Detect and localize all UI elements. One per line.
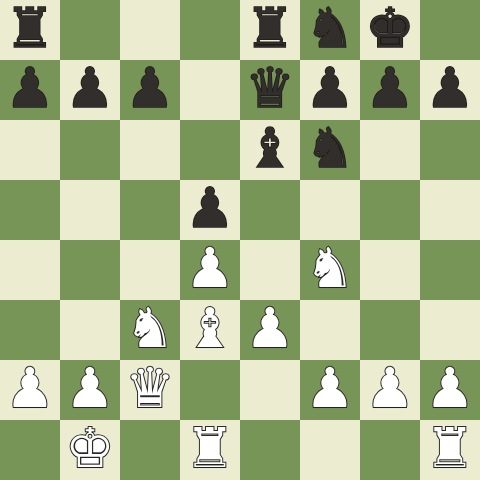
piece-black-bishop[interactable]: ♝ xyxy=(245,118,294,178)
piece-white-pawn[interactable]: ♟ xyxy=(425,358,474,418)
square-d4[interactable]: ♟ xyxy=(180,240,240,300)
square-b6[interactable] xyxy=(60,120,120,180)
square-d1[interactable]: ♜ xyxy=(180,420,240,480)
square-g1[interactable] xyxy=(360,420,420,480)
square-h2[interactable]: ♟ xyxy=(420,360,480,420)
square-f7[interactable]: ♟ xyxy=(300,60,360,120)
piece-white-knight[interactable]: ♞ xyxy=(305,238,354,298)
square-c5[interactable] xyxy=(120,180,180,240)
square-d8[interactable] xyxy=(180,0,240,60)
square-d5[interactable]: ♟ xyxy=(180,180,240,240)
square-a2[interactable]: ♟ xyxy=(0,360,60,420)
square-c3[interactable]: ♞ xyxy=(120,300,180,360)
square-f8[interactable]: ♞ xyxy=(300,0,360,60)
square-a6[interactable] xyxy=(0,120,60,180)
piece-white-knight[interactable]: ♞ xyxy=(125,298,174,358)
square-f1[interactable] xyxy=(300,420,360,480)
square-e4[interactable] xyxy=(240,240,300,300)
square-d7[interactable] xyxy=(180,60,240,120)
square-c7[interactable]: ♟ xyxy=(120,60,180,120)
square-d6[interactable] xyxy=(180,120,240,180)
piece-white-king[interactable]: ♚ xyxy=(65,418,114,478)
square-e5[interactable] xyxy=(240,180,300,240)
square-d3[interactable]: ♝ xyxy=(180,300,240,360)
square-g4[interactable] xyxy=(360,240,420,300)
square-b5[interactable] xyxy=(60,180,120,240)
piece-white-bishop[interactable]: ♝ xyxy=(185,298,234,358)
square-c1[interactable] xyxy=(120,420,180,480)
square-f4[interactable]: ♞ xyxy=(300,240,360,300)
piece-white-queen[interactable]: ♛ xyxy=(125,358,174,418)
square-h4[interactable] xyxy=(420,240,480,300)
piece-black-queen[interactable]: ♛ xyxy=(245,58,294,118)
square-e6[interactable]: ♝ xyxy=(240,120,300,180)
square-d2[interactable] xyxy=(180,360,240,420)
square-c8[interactable] xyxy=(120,0,180,60)
piece-white-rook[interactable]: ♜ xyxy=(425,418,474,478)
piece-black-pawn[interactable]: ♟ xyxy=(5,58,54,118)
square-g7[interactable]: ♟ xyxy=(360,60,420,120)
piece-black-pawn[interactable]: ♟ xyxy=(65,58,114,118)
square-f3[interactable] xyxy=(300,300,360,360)
piece-black-pawn[interactable]: ♟ xyxy=(125,58,174,118)
square-g2[interactable]: ♟ xyxy=(360,360,420,420)
square-h1[interactable]: ♜ xyxy=(420,420,480,480)
piece-black-pawn[interactable]: ♟ xyxy=(305,58,354,118)
square-b7[interactable]: ♟ xyxy=(60,60,120,120)
square-e7[interactable]: ♛ xyxy=(240,60,300,120)
square-e1[interactable] xyxy=(240,420,300,480)
piece-white-pawn[interactable]: ♟ xyxy=(245,298,294,358)
square-f2[interactable]: ♟ xyxy=(300,360,360,420)
piece-white-pawn[interactable]: ♟ xyxy=(365,358,414,418)
square-b1[interactable]: ♚ xyxy=(60,420,120,480)
piece-black-rook[interactable]: ♜ xyxy=(5,0,54,58)
square-e3[interactable]: ♟ xyxy=(240,300,300,360)
piece-white-pawn[interactable]: ♟ xyxy=(305,358,354,418)
square-c2[interactable]: ♛ xyxy=(120,360,180,420)
piece-black-pawn[interactable]: ♟ xyxy=(425,58,474,118)
square-c6[interactable] xyxy=(120,120,180,180)
square-b2[interactable]: ♟ xyxy=(60,360,120,420)
square-g5[interactable] xyxy=(360,180,420,240)
square-a3[interactable] xyxy=(0,300,60,360)
square-f5[interactable] xyxy=(300,180,360,240)
piece-black-pawn[interactable]: ♟ xyxy=(365,58,414,118)
square-h8[interactable] xyxy=(420,0,480,60)
piece-black-king[interactable]: ♚ xyxy=(365,0,414,58)
piece-white-pawn[interactable]: ♟ xyxy=(185,238,234,298)
square-a8[interactable]: ♜ xyxy=(0,0,60,60)
square-e8[interactable]: ♜ xyxy=(240,0,300,60)
square-g6[interactable] xyxy=(360,120,420,180)
square-h6[interactable] xyxy=(420,120,480,180)
piece-white-pawn[interactable]: ♟ xyxy=(5,358,54,418)
square-a4[interactable] xyxy=(0,240,60,300)
square-a1[interactable] xyxy=(0,420,60,480)
piece-white-rook[interactable]: ♜ xyxy=(185,418,234,478)
square-h3[interactable] xyxy=(420,300,480,360)
piece-white-pawn[interactable]: ♟ xyxy=(65,358,114,418)
square-g3[interactable] xyxy=(360,300,420,360)
square-b8[interactable] xyxy=(60,0,120,60)
square-h7[interactable]: ♟ xyxy=(420,60,480,120)
square-e2[interactable] xyxy=(240,360,300,420)
piece-black-pawn[interactable]: ♟ xyxy=(185,178,234,238)
square-f6[interactable]: ♞ xyxy=(300,120,360,180)
square-h5[interactable] xyxy=(420,180,480,240)
piece-black-rook[interactable]: ♜ xyxy=(245,0,294,58)
square-a7[interactable]: ♟ xyxy=(0,60,60,120)
square-g8[interactable]: ♚ xyxy=(360,0,420,60)
square-a5[interactable] xyxy=(0,180,60,240)
piece-black-knight[interactable]: ♞ xyxy=(305,0,354,58)
square-c4[interactable] xyxy=(120,240,180,300)
piece-black-knight[interactable]: ♞ xyxy=(305,118,354,178)
square-b4[interactable] xyxy=(60,240,120,300)
square-b3[interactable] xyxy=(60,300,120,360)
chess-board: ♜♜♞♚♟♟♟♛♟♟♟♝♞♟♟♞♞♝♟♟♟♛♟♟♟♚♜♜ xyxy=(0,0,480,480)
